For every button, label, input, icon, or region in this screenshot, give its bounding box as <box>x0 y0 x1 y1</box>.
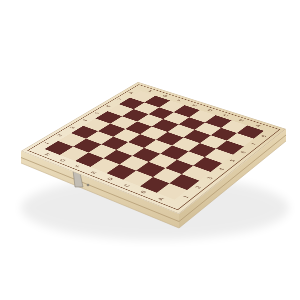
clasp-screw <box>87 184 90 187</box>
product-photo-stage: 12345678 12345678 HGFEDCBA HGFEDCBA <box>0 0 300 300</box>
